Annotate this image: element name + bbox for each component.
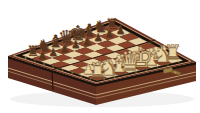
chess-set-photo: 87654321abcdefgh ♜♞♝♛♚♝♞♜♟♟♟♟♟♟♟♟♟♟♟♟♟♟♟… — [0, 0, 200, 113]
coord-rank-4: 4 — [62, 68, 64, 72]
piece-black-pawn-c7[interactable]: ♟ — [60, 43, 69, 54]
piece-black-pawn-f7[interactable]: ♟ — [93, 32, 102, 43]
piece-black-pawn-d7[interactable]: ♟ — [71, 39, 80, 50]
piece-black-pawn-h7[interactable]: ♟ — [116, 25, 125, 36]
clasp-knob — [174, 71, 176, 73]
coord-rank-3: 3 — [71, 71, 73, 75]
coord-rank-6: 6 — [43, 62, 45, 66]
piece-black-pawn-e7[interactable]: ♟ — [82, 36, 91, 47]
piece-white-rook-a1[interactable]: ♜ — [89, 61, 107, 81]
piece-black-pawn-a7[interactable]: ♟ — [37, 50, 46, 61]
piece-black-pawn-g7[interactable]: ♟ — [105, 28, 114, 39]
coord-rank-7: 7 — [34, 59, 36, 63]
piece-black-pawn-b7[interactable]: ♟ — [49, 46, 58, 57]
coord-rank-5: 5 — [52, 65, 54, 69]
